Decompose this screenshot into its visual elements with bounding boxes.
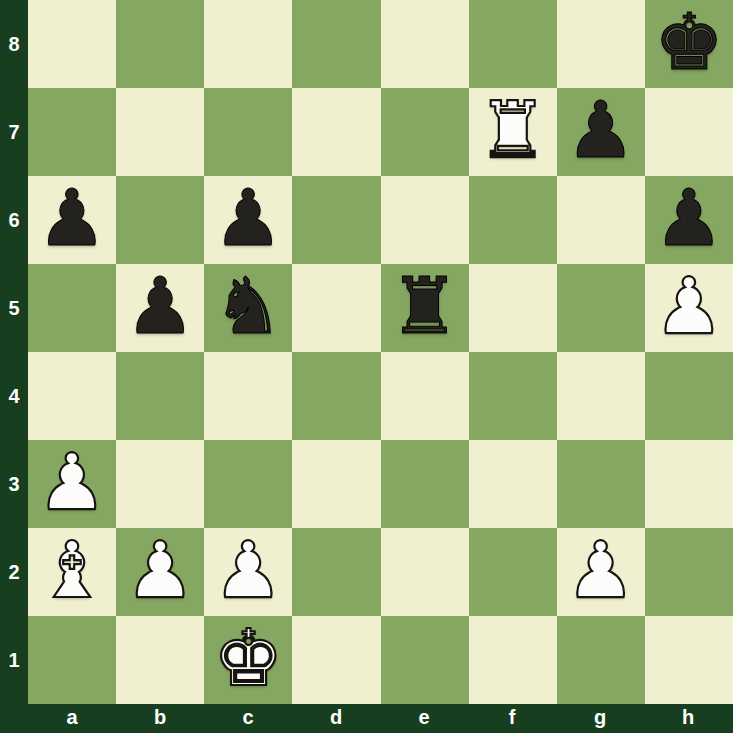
square-b5[interactable]: ♟ xyxy=(116,264,204,352)
rank-label-8: 8 xyxy=(0,0,28,88)
square-c2[interactable]: ♟ xyxy=(204,528,292,616)
square-b2[interactable]: ♟ xyxy=(116,528,204,616)
square-d3[interactable] xyxy=(292,440,380,528)
square-d5[interactable] xyxy=(292,264,380,352)
square-c4[interactable] xyxy=(204,352,292,440)
square-h7[interactable] xyxy=(645,88,733,176)
chess-app-frame: 87654321 ♚♜♟♟♟♟♟♞♜♟♟♝♟♟♟♚ abcdefgh xyxy=(0,0,733,733)
file-labels: abcdefgh xyxy=(28,704,733,733)
square-f4[interactable] xyxy=(469,352,557,440)
piece-white-pawn[interactable]: ♟ xyxy=(125,531,195,609)
piece-black-pawn[interactable]: ♟ xyxy=(37,179,107,257)
square-e8[interactable] xyxy=(381,0,469,88)
square-e7[interactable] xyxy=(381,88,469,176)
square-c3[interactable] xyxy=(204,440,292,528)
square-e6[interactable] xyxy=(381,176,469,264)
square-d6[interactable] xyxy=(292,176,380,264)
square-d8[interactable] xyxy=(292,0,380,88)
square-g2[interactable]: ♟ xyxy=(557,528,645,616)
square-g6[interactable] xyxy=(557,176,645,264)
rank-label-3: 3 xyxy=(0,440,28,528)
square-a6[interactable]: ♟ xyxy=(28,176,116,264)
square-g8[interactable] xyxy=(557,0,645,88)
rank-label-2: 2 xyxy=(0,528,28,616)
square-g3[interactable] xyxy=(557,440,645,528)
square-h5[interactable]: ♟ xyxy=(645,264,733,352)
piece-white-king[interactable]: ♚ xyxy=(213,619,283,697)
file-label-h: h xyxy=(644,704,732,733)
square-e3[interactable] xyxy=(381,440,469,528)
square-f3[interactable] xyxy=(469,440,557,528)
square-f2[interactable] xyxy=(469,528,557,616)
square-a1[interactable] xyxy=(28,616,116,704)
square-c1[interactable]: ♚ xyxy=(204,616,292,704)
square-h2[interactable] xyxy=(645,528,733,616)
square-a8[interactable] xyxy=(28,0,116,88)
square-h3[interactable] xyxy=(645,440,733,528)
square-c6[interactable]: ♟ xyxy=(204,176,292,264)
square-h4[interactable] xyxy=(645,352,733,440)
piece-white-pawn[interactable]: ♟ xyxy=(213,531,283,609)
square-f5[interactable] xyxy=(469,264,557,352)
square-a7[interactable] xyxy=(28,88,116,176)
square-g7[interactable]: ♟ xyxy=(557,88,645,176)
piece-black-knight[interactable]: ♞ xyxy=(213,267,283,345)
square-b8[interactable] xyxy=(116,0,204,88)
square-c8[interactable] xyxy=(204,0,292,88)
file-label-f: f xyxy=(468,704,556,733)
piece-white-pawn[interactable]: ♟ xyxy=(654,267,724,345)
rank-label-1: 1 xyxy=(0,616,28,704)
piece-black-rook[interactable]: ♜ xyxy=(390,267,460,345)
square-e2[interactable] xyxy=(381,528,469,616)
piece-black-pawn[interactable]: ♟ xyxy=(654,179,724,257)
piece-black-pawn[interactable]: ♟ xyxy=(566,91,636,169)
file-label-g: g xyxy=(556,704,644,733)
square-f6[interactable] xyxy=(469,176,557,264)
rank-label-5: 5 xyxy=(0,264,28,352)
square-d1[interactable] xyxy=(292,616,380,704)
square-b7[interactable] xyxy=(116,88,204,176)
square-f1[interactable] xyxy=(469,616,557,704)
square-h8[interactable]: ♚ xyxy=(645,0,733,88)
square-c5[interactable]: ♞ xyxy=(204,264,292,352)
rank-labels: 87654321 xyxy=(0,0,28,704)
square-b3[interactable] xyxy=(116,440,204,528)
rank-label-4: 4 xyxy=(0,352,28,440)
piece-white-rook[interactable]: ♜ xyxy=(478,91,548,169)
square-h1[interactable] xyxy=(645,616,733,704)
square-c7[interactable] xyxy=(204,88,292,176)
square-g5[interactable] xyxy=(557,264,645,352)
square-f7[interactable]: ♜ xyxy=(469,88,557,176)
square-e1[interactable] xyxy=(381,616,469,704)
piece-black-pawn[interactable]: ♟ xyxy=(125,267,195,345)
square-a3[interactable]: ♟ xyxy=(28,440,116,528)
file-label-e: e xyxy=(380,704,468,733)
rank-label-6: 6 xyxy=(0,176,28,264)
square-e5[interactable]: ♜ xyxy=(381,264,469,352)
square-b6[interactable] xyxy=(116,176,204,264)
piece-black-king[interactable]: ♚ xyxy=(654,3,724,81)
square-a2[interactable]: ♝ xyxy=(28,528,116,616)
file-label-d: d xyxy=(292,704,380,733)
square-d4[interactable] xyxy=(292,352,380,440)
chess-board: ♚♜♟♟♟♟♟♞♜♟♟♝♟♟♟♚ xyxy=(28,0,733,704)
file-label-a: a xyxy=(28,704,116,733)
piece-white-bishop[interactable]: ♝ xyxy=(37,531,107,609)
square-h6[interactable]: ♟ xyxy=(645,176,733,264)
square-b4[interactable] xyxy=(116,352,204,440)
square-e4[interactable] xyxy=(381,352,469,440)
square-d7[interactable] xyxy=(292,88,380,176)
file-label-b: b xyxy=(116,704,204,733)
square-d2[interactable] xyxy=(292,528,380,616)
square-a4[interactable] xyxy=(28,352,116,440)
file-label-c: c xyxy=(204,704,292,733)
piece-white-pawn[interactable]: ♟ xyxy=(37,443,107,521)
piece-black-pawn[interactable]: ♟ xyxy=(213,179,283,257)
square-a5[interactable] xyxy=(28,264,116,352)
rank-label-7: 7 xyxy=(0,88,28,176)
square-g1[interactable] xyxy=(557,616,645,704)
square-g4[interactable] xyxy=(557,352,645,440)
piece-white-pawn[interactable]: ♟ xyxy=(566,531,636,609)
square-b1[interactable] xyxy=(116,616,204,704)
square-f8[interactable] xyxy=(469,0,557,88)
